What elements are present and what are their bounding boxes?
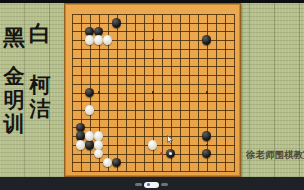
- star-point: [152, 91, 154, 93]
- star-point: [206, 144, 208, 146]
- black-player-column: 黑 金明训: [1, 26, 27, 136]
- white-player-column: 白 柯洁: [27, 22, 53, 121]
- white-player-name: 柯洁: [27, 73, 53, 121]
- black-label: 黑: [1, 26, 27, 50]
- go-board: [64, 3, 241, 177]
- black-player-name: 金明训: [1, 64, 27, 136]
- star-point: [98, 91, 100, 93]
- danmaku-toggle[interactable]: [144, 182, 159, 188]
- toggle-knob-icon: [147, 183, 150, 186]
- control-hint-left: [135, 183, 142, 186]
- mouse-cursor-icon: [167, 130, 175, 139]
- white-stone: [76, 140, 86, 150]
- black-stone: [112, 18, 122, 28]
- white-stone: [148, 140, 158, 150]
- star-point: [206, 91, 208, 93]
- watermark-text: 徐老师围棋教室: [246, 149, 304, 162]
- letterbox-top: [0, 0, 304, 3]
- white-label: 白: [27, 22, 53, 46]
- video-frame: 黑 金明训 白 柯洁 徐老师围棋教室: [0, 0, 304, 190]
- control-hint-right: [161, 183, 168, 186]
